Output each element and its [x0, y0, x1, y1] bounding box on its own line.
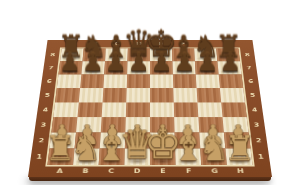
square-f1[interactable]: ♝ [175, 149, 201, 166]
piece-shadow [102, 142, 123, 148]
rank-label-5: 5 [247, 88, 259, 102]
piece-shadow [220, 69, 240, 74]
square-h3[interactable] [223, 117, 249, 132]
square-a1[interactable]: ♜ [47, 149, 74, 166]
square-b3[interactable] [76, 117, 102, 132]
file-label-g: G [201, 168, 227, 175]
file-label-e: E [150, 41, 172, 46]
square-b8[interactable]: ♞ [83, 48, 106, 61]
piece-shadow [127, 142, 148, 148]
square-c6[interactable] [103, 75, 127, 89]
piece-shadow [126, 159, 148, 165]
piece-shadow [52, 142, 74, 148]
piece-shadow [174, 56, 193, 60]
file-labels-top: ABCDEFGH [62, 41, 238, 46]
file-label-d: D [128, 41, 150, 46]
square-c3[interactable] [101, 117, 126, 132]
square-h2[interactable]: ♟ [224, 133, 251, 149]
inlay-border: ♜♞♝♛♚♝♞♜♟♟♟♟♟♟♟♟♟♟♟♟♟♟♟♟♜♞♝♛♚♝♞♜ [45, 48, 254, 167]
square-c4[interactable] [102, 102, 127, 117]
rank-label-2: 2 [252, 133, 265, 149]
square-e6[interactable] [150, 75, 173, 89]
square-a3[interactable] [51, 117, 77, 132]
square-c5[interactable] [103, 88, 127, 102]
square-d3[interactable] [125, 117, 150, 132]
piece-shadow [177, 142, 198, 148]
square-h1[interactable]: ♜ [225, 149, 252, 166]
square-b6[interactable] [80, 75, 104, 89]
piece-shadow [152, 159, 174, 165]
square-g3[interactable] [198, 117, 224, 132]
rank-label-2: 2 [35, 133, 48, 149]
rank-label-1: 1 [254, 149, 267, 166]
square-a6[interactable] [57, 75, 82, 89]
square-b5[interactable] [79, 88, 104, 102]
file-label-b: B [72, 168, 98, 175]
square-f7[interactable]: ♟ [172, 61, 195, 74]
file-label-c: C [98, 168, 124, 175]
piece-shadow [219, 56, 238, 60]
square-d6[interactable] [127, 75, 150, 89]
square-c1[interactable]: ♝ [99, 149, 125, 166]
rank-label-6: 6 [245, 75, 257, 89]
rank-label-4: 4 [249, 102, 261, 117]
rank-label-1: 1 [33, 149, 46, 166]
file-label-h: H [216, 41, 239, 46]
board-grid: ♜♞♝♛♚♝♞♜♟♟♟♟♟♟♟♟♟♟♟♟♟♟♟♟♜♞♝♛♚♝♞♜ [47, 48, 252, 165]
piece-shadow [228, 159, 250, 165]
square-b7[interactable]: ♟ [81, 61, 105, 74]
piece-shadow [106, 69, 125, 74]
square-e5[interactable] [150, 88, 174, 102]
piece-shadow [197, 69, 217, 74]
square-f8[interactable]: ♝ [172, 48, 195, 61]
square-g8[interactable]: ♞ [194, 48, 217, 61]
square-d5[interactable] [126, 88, 150, 102]
rank-label-7: 7 [45, 61, 56, 74]
piece-shadow [107, 56, 126, 60]
square-a2[interactable]: ♟ [49, 133, 76, 149]
chess-board: ABCDEFGH ABCDEFGH 87654321 87654321 ♜♞♝♛… [28, 40, 272, 177]
piece-shadow [227, 142, 249, 148]
rank-label-6: 6 [43, 75, 55, 89]
piece-shadow [152, 56, 171, 60]
square-d1[interactable]: ♛ [124, 149, 150, 166]
file-label-a: A [62, 41, 85, 46]
file-label-b: B [84, 41, 106, 46]
piece-shadow [152, 69, 171, 74]
square-h4[interactable] [221, 102, 247, 117]
square-h6[interactable] [219, 75, 244, 89]
square-c2[interactable]: ♟ [100, 133, 126, 149]
square-e1[interactable]: ♚ [150, 149, 176, 166]
square-b2[interactable]: ♟ [75, 133, 101, 149]
square-d4[interactable] [126, 102, 150, 117]
rank-label-8: 8 [47, 48, 58, 61]
square-e3[interactable] [150, 117, 175, 132]
file-labels-bottom: ABCDEFGH [46, 168, 254, 175]
rank-label-8: 8 [242, 48, 253, 61]
square-d7[interactable]: ♟ [127, 61, 150, 74]
square-a5[interactable] [55, 88, 80, 102]
square-f3[interactable] [174, 117, 199, 132]
rank-label-7: 7 [243, 61, 254, 74]
piece-shadow [152, 142, 173, 148]
piece-shadow [175, 69, 194, 74]
piece-shadow [50, 159, 72, 165]
square-g1[interactable]: ♞ [200, 149, 227, 166]
file-label-g: G [194, 41, 216, 46]
square-d8[interactable]: ♛ [128, 48, 150, 61]
square-g2[interactable]: ♟ [199, 133, 225, 149]
square-g5[interactable] [197, 88, 222, 102]
square-h5[interactable] [220, 88, 245, 102]
square-b1[interactable]: ♞ [73, 149, 100, 166]
square-b4[interactable] [77, 102, 102, 117]
square-e2[interactable]: ♟ [150, 133, 175, 149]
square-f2[interactable]: ♟ [175, 133, 201, 149]
rank-label-5: 5 [41, 88, 53, 102]
file-label-f: F [172, 41, 194, 46]
square-e8[interactable]: ♚ [150, 48, 172, 61]
piece-shadow [83, 69, 103, 74]
file-label-c: C [106, 41, 128, 46]
square-g4[interactable] [197, 102, 222, 117]
square-e7[interactable]: ♟ [150, 61, 173, 74]
square-f5[interactable] [173, 88, 197, 102]
square-a8[interactable]: ♜ [60, 48, 84, 61]
piece-shadow [60, 69, 80, 74]
file-label-d: D [124, 168, 150, 175]
file-label-a: A [46, 168, 73, 175]
square-f4[interactable] [174, 102, 199, 117]
square-f6[interactable] [173, 75, 197, 89]
piece-shadow [101, 159, 123, 165]
piece-shadow [129, 69, 148, 74]
square-c8[interactable]: ♝ [105, 48, 128, 61]
rank-label-4: 4 [39, 102, 51, 117]
piece-shadow [129, 56, 148, 60]
piece-shadow [177, 159, 199, 165]
piece-shadow [62, 56, 81, 60]
square-h8[interactable]: ♜ [216, 48, 240, 61]
piece-shadow [77, 142, 98, 148]
square-a7[interactable]: ♟ [58, 61, 82, 74]
piece-shadow [202, 142, 223, 148]
piece-shadow [203, 159, 225, 165]
file-label-f: F [176, 168, 202, 175]
square-h7[interactable]: ♟ [217, 61, 241, 74]
square-g6[interactable] [196, 75, 220, 89]
square-d2[interactable]: ♟ [125, 133, 150, 149]
rank-label-3: 3 [250, 117, 262, 132]
file-label-h: H [227, 168, 254, 175]
square-g7[interactable]: ♟ [195, 61, 219, 74]
square-c7[interactable]: ♟ [104, 61, 127, 74]
square-e4[interactable] [150, 102, 174, 117]
piece-shadow [75, 159, 97, 165]
board-photo: ABCDEFGH ABCDEFGH 87654321 87654321 ♜♞♝♛… [0, 0, 300, 185]
piece-shadow [84, 56, 103, 60]
piece-shadow [196, 56, 215, 60]
square-a4[interactable] [53, 102, 79, 117]
rank-label-3: 3 [37, 117, 49, 132]
file-label-e: E [150, 168, 176, 175]
